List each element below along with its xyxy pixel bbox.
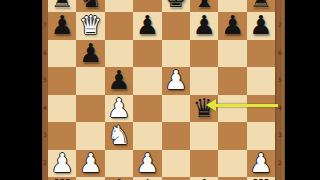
piece-white-knight-c3[interactable]: ♞ bbox=[105, 122, 133, 150]
square-f6[interactable] bbox=[190, 40, 218, 68]
chess-board: 87654321 87654321 ♜♞♚♝♜♟♛♟♟♟♟♟♟♟♟♛♞♟♟♟♟♜… bbox=[42, 0, 285, 180]
piece-black-king-e8[interactable]: ♚ bbox=[162, 0, 190, 12]
square-a3[interactable] bbox=[48, 122, 76, 150]
square-a6[interactable] bbox=[48, 40, 76, 68]
square-e1[interactable] bbox=[162, 177, 190, 180]
piece-black-pawn-b6[interactable]: ♟ bbox=[76, 40, 104, 68]
square-h3[interactable] bbox=[247, 122, 275, 150]
rank-label-8-frame-right: 8 bbox=[277, 0, 283, 1]
rank-label-2-frame-right: 2 bbox=[277, 160, 283, 166]
square-g2[interactable] bbox=[218, 150, 246, 178]
piece-white-rook-h1[interactable]: ♜ bbox=[247, 177, 275, 180]
square-g5[interactable] bbox=[218, 67, 246, 95]
square-c7[interactable] bbox=[105, 12, 133, 40]
arrow-line bbox=[215, 104, 278, 107]
piece-white-bishop-c1[interactable]: ♝ bbox=[105, 177, 133, 180]
piece-black-pawn-c5[interactable]: ♟ bbox=[105, 67, 133, 95]
board-frame-right: 87654321 bbox=[275, 0, 285, 180]
piece-black-pawn-f7[interactable]: ♟ bbox=[190, 12, 218, 40]
piece-black-pawn-h7[interactable]: ♟ bbox=[247, 12, 275, 40]
move-annotation-arrow bbox=[206, 99, 278, 112]
square-c2[interactable] bbox=[105, 150, 133, 178]
piece-white-pawn-d2[interactable]: ♟ bbox=[133, 150, 161, 178]
square-a5[interactable] bbox=[48, 67, 76, 95]
square-d5[interactable] bbox=[133, 67, 161, 95]
square-c8[interactable] bbox=[105, 0, 133, 12]
board-squares: ♜♞♚♝♜♟♛♟♟♟♟♟♟♟♟♛♞♟♟♟♟♜♝♚♝♜ bbox=[48, 0, 275, 180]
square-g3[interactable] bbox=[218, 122, 246, 150]
piece-white-pawn-c4[interactable]: ♟ bbox=[105, 95, 133, 123]
rank-label-6-frame-right: 6 bbox=[277, 50, 283, 56]
square-e6[interactable] bbox=[162, 40, 190, 68]
square-e7[interactable] bbox=[162, 12, 190, 40]
rank-label-7-frame-right: 7 bbox=[277, 22, 283, 28]
piece-black-pawn-a7[interactable]: ♟ bbox=[48, 12, 76, 40]
square-e2[interactable] bbox=[162, 150, 190, 178]
square-f5[interactable] bbox=[190, 67, 218, 95]
piece-white-pawn-e5[interactable]: ♟ bbox=[162, 67, 190, 95]
piece-white-pawn-h2[interactable]: ♟ bbox=[247, 150, 275, 178]
piece-white-king-d1[interactable]: ♚ bbox=[133, 177, 161, 180]
video-frame: 87654321 87654321 ♜♞♚♝♜♟♛♟♟♟♟♟♟♟♟♛♞♟♟♟♟♜… bbox=[0, 0, 320, 180]
square-f2[interactable] bbox=[190, 150, 218, 178]
square-h6[interactable] bbox=[247, 40, 275, 68]
square-h5[interactable] bbox=[247, 67, 275, 95]
square-d6[interactable] bbox=[133, 40, 161, 68]
square-d4[interactable] bbox=[133, 95, 161, 123]
square-b4[interactable] bbox=[76, 95, 104, 123]
piece-black-pawn-g7[interactable]: ♟ bbox=[218, 12, 246, 40]
square-b3[interactable] bbox=[76, 122, 104, 150]
square-f3[interactable] bbox=[190, 122, 218, 150]
piece-black-pawn-d7[interactable]: ♟ bbox=[133, 12, 161, 40]
piece-white-queen-b7[interactable]: ♛ bbox=[76, 12, 104, 40]
square-e3[interactable] bbox=[162, 122, 190, 150]
square-g1[interactable] bbox=[218, 177, 246, 180]
square-c6[interactable] bbox=[105, 40, 133, 68]
square-b5[interactable] bbox=[76, 67, 104, 95]
piece-white-pawn-b2[interactable]: ♟ bbox=[76, 150, 104, 178]
square-g6[interactable] bbox=[218, 40, 246, 68]
rank-label-3-frame-right: 3 bbox=[277, 132, 283, 138]
square-e4[interactable] bbox=[162, 95, 190, 123]
square-a4[interactable] bbox=[48, 95, 76, 123]
piece-white-rook-a1[interactable]: ♜ bbox=[48, 177, 76, 180]
piece-white-bishop-f1[interactable]: ♝ bbox=[190, 177, 218, 180]
piece-white-pawn-a2[interactable]: ♟ bbox=[48, 150, 76, 178]
square-d3[interactable] bbox=[133, 122, 161, 150]
rank-label-5-frame-right: 5 bbox=[277, 77, 283, 83]
